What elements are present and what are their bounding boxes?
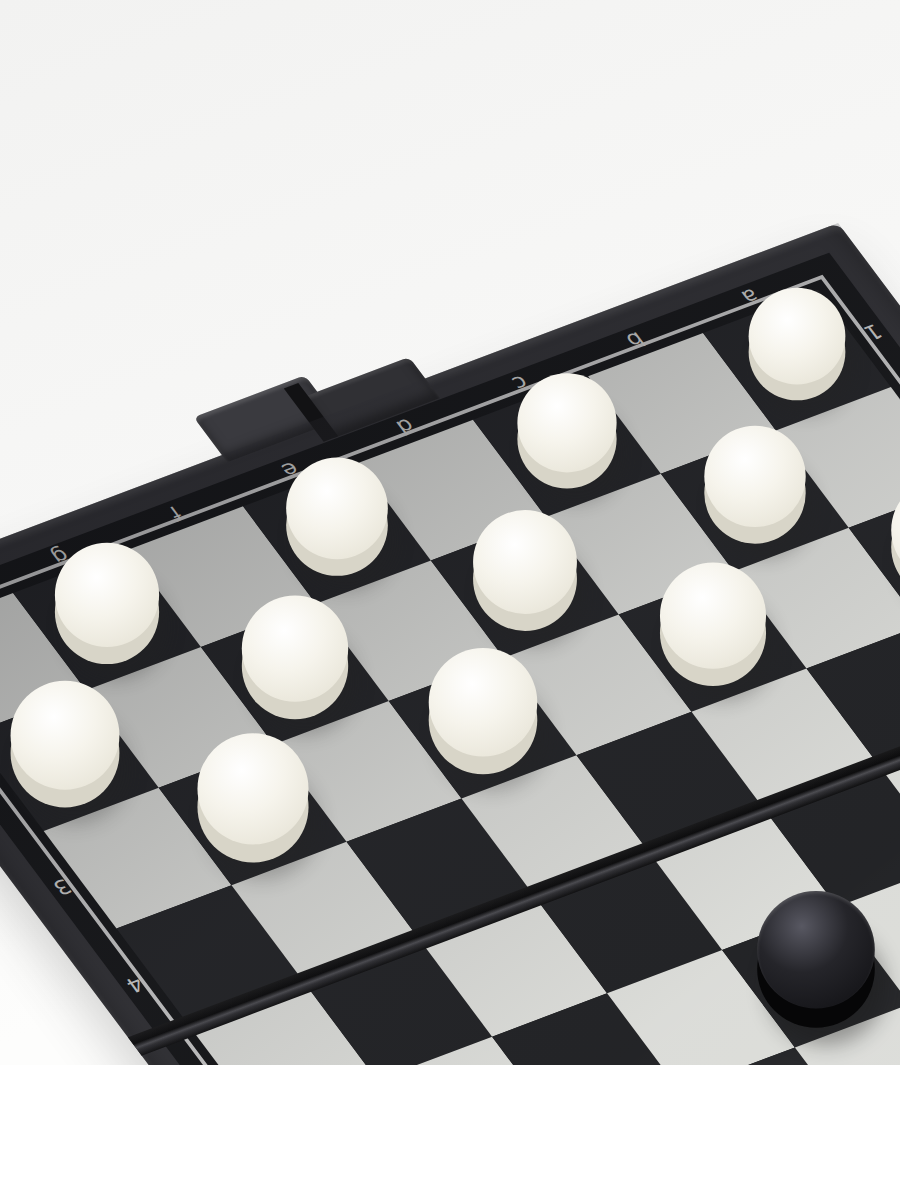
board-plane: hgfedcba 1122334455667788 [0,290,900,1065]
product-photo: hgfedcba 1122334455667788 [0,0,900,1065]
